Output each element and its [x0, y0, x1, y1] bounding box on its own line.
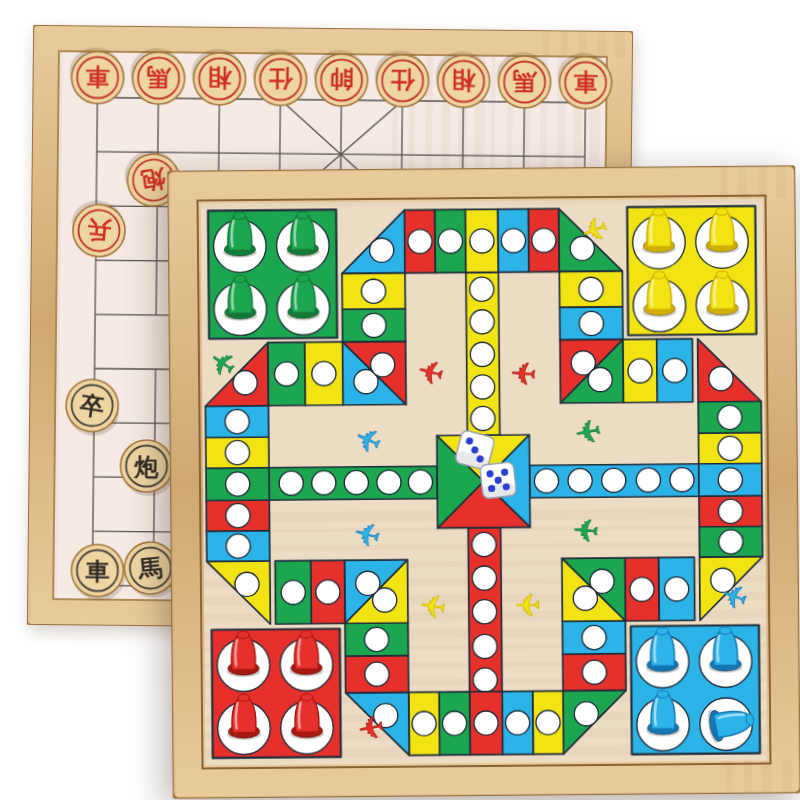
track-circle [225, 472, 249, 496]
svg-text:兵: 兵 [86, 215, 113, 245]
svg-text:車: 車 [573, 68, 597, 96]
runway-circle [470, 310, 494, 334]
svg-text:炮: 炮 [133, 453, 159, 481]
track-circle [364, 627, 388, 651]
svg-text:車: 車 [85, 557, 109, 585]
airplane-decoration-G-5: ✈ [571, 511, 600, 549]
track-circle [574, 702, 598, 726]
track-circle [718, 436, 742, 460]
runway-circle [344, 470, 368, 494]
track-circle [718, 499, 742, 523]
runway-circle [472, 532, 496, 556]
track-circle [316, 580, 340, 604]
airplane-decoration-Y-8: ✈ [514, 587, 541, 623]
track-circle [225, 409, 249, 433]
svg-text:卒: 卒 [78, 391, 106, 422]
aeroplane-chess-board: ✈✈✈✈✈✈✈✈✈✈✈✈ [167, 165, 800, 798]
runway-circle [602, 468, 626, 492]
track-circle [312, 361, 336, 385]
track-circle [370, 353, 394, 377]
track-circle [501, 228, 525, 252]
svg-text:相: 相 [451, 67, 476, 95]
runway-circle [670, 468, 694, 492]
track-circle [579, 311, 603, 335]
track-circle [474, 711, 498, 735]
track-circle [664, 577, 688, 601]
svg-text:馬: 馬 [136, 554, 164, 584]
svg-text:車: 車 [85, 63, 109, 91]
runway-circle [470, 342, 494, 366]
track-circle [573, 586, 597, 610]
runway-circle [472, 566, 496, 590]
track-circle [235, 572, 259, 596]
runway-circle [279, 471, 303, 495]
runway-circle [472, 600, 496, 624]
runway-circle [471, 406, 495, 430]
track-circle [274, 362, 298, 386]
track-circle [226, 503, 250, 527]
track-circle [709, 366, 733, 390]
runway-circle [473, 634, 497, 658]
svg-text:相: 相 [207, 64, 232, 92]
runway-circle [534, 469, 558, 493]
track-circle [718, 405, 742, 429]
svg-text:帥: 帥 [329, 65, 353, 93]
runway-circle [377, 470, 401, 494]
track-circle [470, 229, 494, 253]
track-circle [233, 371, 257, 395]
track-circle [356, 571, 380, 595]
svg-text:仕: 仕 [268, 65, 293, 93]
runway-circle [312, 471, 336, 495]
track-circle [532, 228, 556, 252]
track-circle [412, 711, 436, 735]
track-circle [362, 313, 386, 337]
track-circle [582, 660, 606, 684]
track-circle [365, 662, 389, 686]
runway-circle [473, 668, 497, 692]
runway-circle [636, 468, 660, 492]
airplane-decoration-R-2: ✈ [509, 354, 538, 392]
track-circle [361, 279, 385, 303]
track-circle [579, 277, 603, 301]
runway-circle [568, 468, 592, 492]
track-circle [281, 580, 305, 604]
svg-text:馬: 馬 [146, 63, 171, 91]
track-circle [369, 238, 393, 262]
track-circle [628, 359, 652, 383]
track-circle [588, 367, 612, 391]
track-circle [718, 468, 742, 492]
track-circle [630, 577, 654, 601]
track-circle [505, 711, 529, 735]
die-2-showing-5[interactable] [480, 462, 517, 499]
track-circle [663, 358, 687, 382]
runway-circle [470, 277, 494, 301]
runway-circle [408, 470, 432, 494]
svg-text:仕: 仕 [390, 66, 415, 94]
track-circle [442, 711, 466, 735]
track-circle [536, 710, 560, 734]
runway-circle [470, 375, 494, 399]
track-circle [582, 625, 606, 649]
track-circle [226, 534, 250, 558]
svg-text:馬: 馬 [512, 67, 537, 95]
track-circle [225, 440, 249, 464]
track-circle [719, 530, 743, 554]
track-circle [438, 229, 462, 253]
track-circle [408, 229, 432, 253]
